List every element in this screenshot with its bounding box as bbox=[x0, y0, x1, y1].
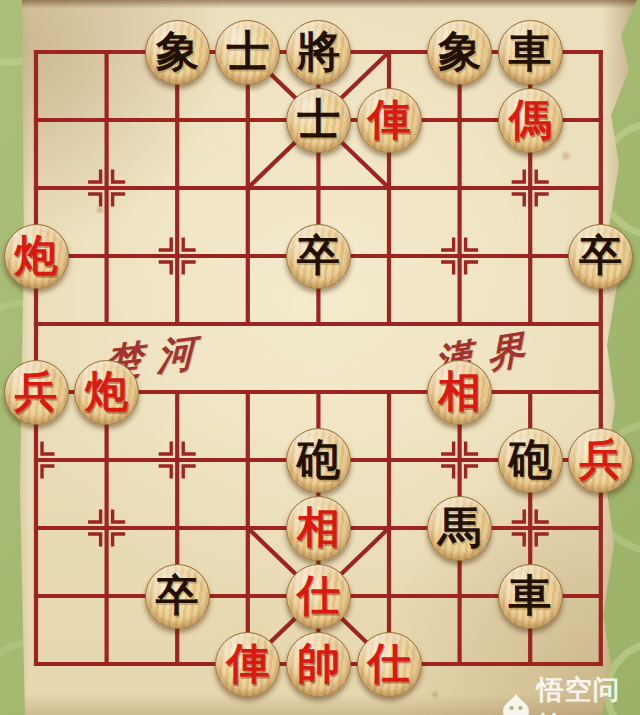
piece-label: 車 bbox=[509, 574, 552, 617]
piece-red-advisor[interactable]: 仕 bbox=[357, 632, 422, 697]
piece-label: 炮 bbox=[15, 234, 58, 277]
piece-red-chariot[interactable]: 俥 bbox=[215, 632, 280, 697]
piece-label: 象 bbox=[438, 30, 481, 73]
wukong-logo-icon bbox=[500, 693, 530, 715]
piece-label: 砲 bbox=[509, 438, 552, 481]
piece-black-cannon[interactable]: 砲 bbox=[498, 428, 563, 493]
piece-red-advisor[interactable]: 仕 bbox=[286, 564, 351, 629]
piece-label: 砲 bbox=[297, 438, 340, 481]
piece-black-soldier[interactable]: 卒 bbox=[568, 224, 633, 289]
watermark: 悟空问答 bbox=[500, 672, 640, 715]
piece-label: 仕 bbox=[368, 642, 411, 685]
piece-red-soldier[interactable]: 兵 bbox=[4, 360, 69, 425]
piece-red-elephant[interactable]: 相 bbox=[286, 496, 351, 561]
piece-red-cannon[interactable]: 炮 bbox=[4, 224, 69, 289]
piece-black-horse[interactable]: 馬 bbox=[427, 496, 492, 561]
piece-black-chariot[interactable]: 車 bbox=[498, 564, 563, 629]
piece-label: 馬 bbox=[438, 506, 481, 549]
piece-label: 士 bbox=[297, 98, 340, 141]
xiangqi-game-screen: 楚河 漢界 象士將象車士俥傌炮卒卒兵炮相砲砲兵相馬卒仕車俥帥仕 悟空问答 bbox=[0, 0, 640, 715]
piece-red-soldier[interactable]: 兵 bbox=[568, 428, 633, 493]
piece-black-chariot[interactable]: 車 bbox=[498, 20, 563, 85]
piece-black-general[interactable]: 將 bbox=[286, 20, 351, 85]
piece-black-elephant[interactable]: 象 bbox=[427, 20, 492, 85]
piece-label: 相 bbox=[297, 506, 340, 549]
piece-label: 帥 bbox=[297, 642, 340, 685]
piece-label: 仕 bbox=[297, 574, 340, 617]
piece-label: 象 bbox=[156, 30, 199, 73]
piece-black-soldier[interactable]: 卒 bbox=[145, 564, 210, 629]
watermark-text: 悟空问答 bbox=[537, 672, 640, 715]
piece-label: 兵 bbox=[579, 438, 622, 481]
piece-label: 士 bbox=[226, 30, 269, 73]
piece-label: 俥 bbox=[368, 98, 411, 141]
piece-label: 卒 bbox=[297, 234, 340, 277]
piece-black-elephant[interactable]: 象 bbox=[145, 20, 210, 85]
piece-red-chariot[interactable]: 俥 bbox=[357, 88, 422, 153]
piece-black-advisor[interactable]: 士 bbox=[286, 88, 351, 153]
piece-label: 炮 bbox=[85, 370, 128, 413]
piece-label: 車 bbox=[509, 30, 552, 73]
piece-label: 傌 bbox=[509, 98, 552, 141]
piece-label: 卒 bbox=[579, 234, 622, 277]
piece-red-cannon[interactable]: 炮 bbox=[74, 360, 139, 425]
piece-label: 相 bbox=[438, 370, 481, 413]
piece-black-advisor[interactable]: 士 bbox=[215, 20, 280, 85]
piece-black-soldier[interactable]: 卒 bbox=[286, 224, 351, 289]
piece-red-horse[interactable]: 傌 bbox=[498, 88, 563, 153]
piece-red-elephant[interactable]: 相 bbox=[427, 360, 492, 425]
piece-label: 卒 bbox=[156, 574, 199, 617]
piece-label: 將 bbox=[297, 30, 340, 73]
piece-black-cannon[interactable]: 砲 bbox=[286, 428, 351, 493]
piece-red-general[interactable]: 帥 bbox=[286, 632, 351, 697]
piece-label: 兵 bbox=[15, 370, 58, 413]
piece-label: 俥 bbox=[226, 642, 269, 685]
